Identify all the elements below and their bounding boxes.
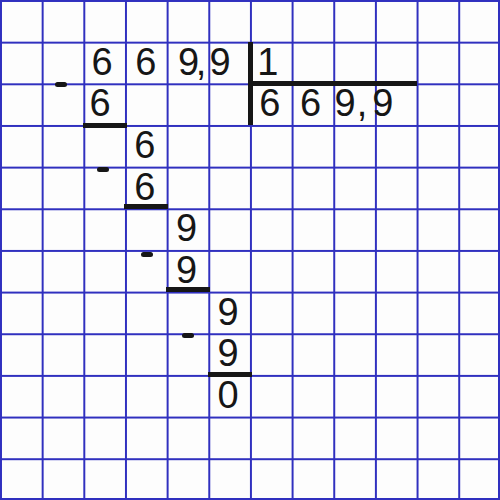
minus-sign [141, 252, 153, 257]
subtraction-underline-step1 [83, 123, 127, 128]
subtraction-underline-step4 [208, 372, 252, 377]
digit-cell: 6 [249, 83, 291, 125]
digit-cell: 6 [81, 42, 123, 84]
digit-cell: 6 [125, 42, 167, 84]
digit-cell: 6 [79, 83, 121, 125]
division-worksheet: 66991666996699990,, [0, 0, 500, 500]
digit-cell: 1 [247, 42, 289, 84]
digit-cell: 9 [207, 333, 249, 375]
digit-cell: 6 [124, 125, 166, 167]
subtraction-underline-step3 [166, 287, 210, 292]
digit-cell: 9 [207, 292, 249, 334]
subtraction-underline-step2 [124, 204, 168, 209]
digit-cell: 6 [124, 167, 166, 209]
digit-cell: 0 [207, 375, 249, 417]
screenshot: 66991666996699990,, [0, 0, 500, 500]
minus-sign [182, 333, 194, 338]
minus-sign [97, 167, 109, 172]
minus-sign [55, 82, 67, 87]
decimal-comma: , [191, 42, 211, 84]
digit-cell: 9 [166, 208, 208, 250]
quotient-separator-horizontal-line [248, 81, 417, 86]
digit-cell: 9 [166, 250, 208, 292]
decimal-comma: , [352, 83, 372, 125]
